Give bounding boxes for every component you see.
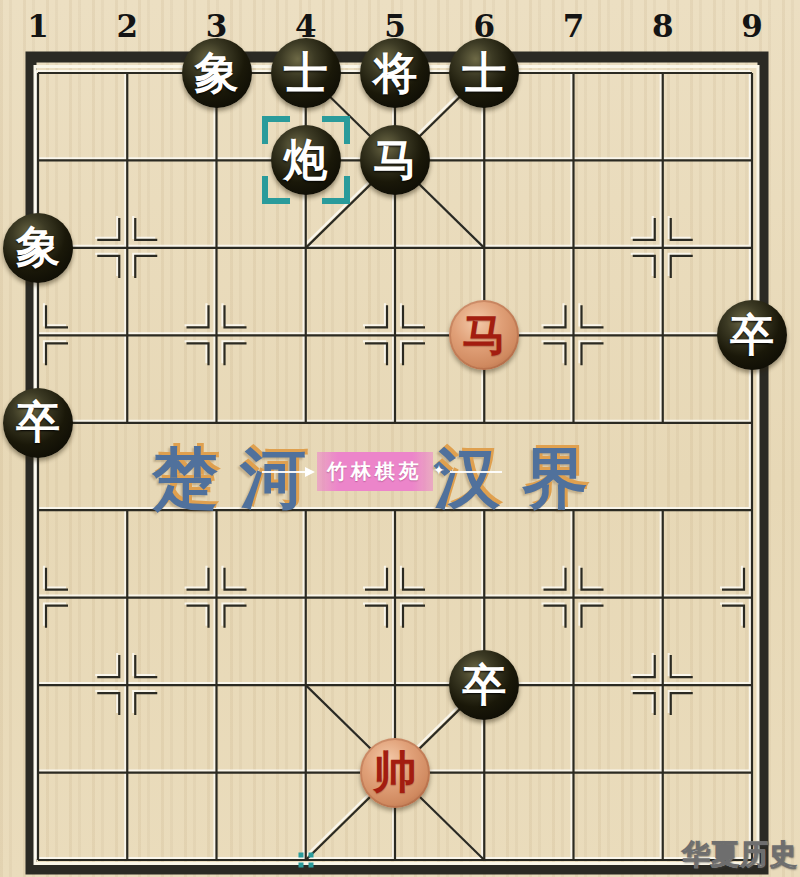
piece-black-horse[interactable]: 马 [360, 125, 430, 195]
river-text-right: 汉界 [434, 434, 610, 524]
piece-black-advisor[interactable]: 士 [449, 38, 519, 108]
banner-right-line [450, 471, 502, 473]
piece-black-soldier[interactable]: 卒 [3, 388, 73, 458]
piece-black-advisor[interactable]: 士 [271, 38, 341, 108]
piece-black-soldier[interactable]: 卒 [449, 650, 519, 720]
piece-black-elephant[interactable]: 象 [3, 213, 73, 283]
piece-black-elephant[interactable]: 象 [182, 38, 252, 108]
piece-red-general[interactable]: 帅 [360, 738, 430, 808]
river-text-left: 楚河 [152, 434, 328, 524]
piece-black-cannon[interactable]: 炮 [271, 125, 341, 195]
banner-left-line [262, 471, 308, 473]
banner-left-arrow-icon [305, 467, 315, 477]
piece-black-soldier[interactable]: 卒 [717, 300, 787, 370]
piece-red-horse[interactable]: 马 [449, 300, 519, 370]
piece-black-general[interactable]: 将 [360, 38, 430, 108]
river-banner: 竹林棋苑 [317, 452, 433, 491]
banner-right-star-icon: ✦ [433, 462, 445, 478]
move-origin-marker [298, 853, 313, 868]
watermark: 华夏历史 [682, 836, 798, 874]
xiangqi-board-app: 123456789 楚河 汉界 竹林棋苑 ✦ 象士将士炮马象马卒卒卒帅 华夏历史 [0, 0, 800, 877]
